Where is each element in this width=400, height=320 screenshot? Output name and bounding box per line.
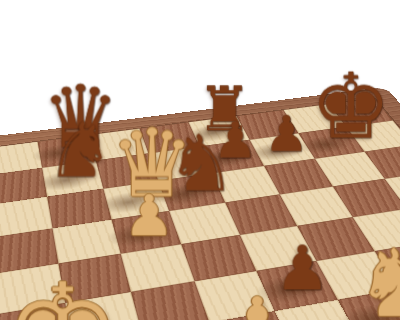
square-c4 <box>121 244 195 292</box>
square-d3 <box>195 271 275 320</box>
board-scene: ♛♜♞♟♟♚♛♞♟♟♚♟♞ <box>0 0 400 320</box>
square-d4 <box>181 235 256 281</box>
chess-board: ♛♜♞♟♟♚♛♞♟♟♚♟♞ <box>0 87 400 320</box>
piece-dark-queen: ♛ <box>42 77 95 159</box>
square-c6: ♛ <box>103 181 169 220</box>
square-d5 <box>169 203 240 245</box>
product-photo-frame: ♛♜♞♟♟♚♛♞♟♟♚♟♞ <box>0 0 400 320</box>
piece-dark-rook: ♜ <box>197 80 248 138</box>
square-a4 <box>0 264 65 315</box>
square-b6 <box>47 189 112 229</box>
board-grid: ♛♜♞♟♟♚♛♞♟♟♚♟♞ <box>0 98 400 320</box>
